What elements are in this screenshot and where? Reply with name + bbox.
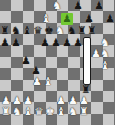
black-pawn-piece[interactable]: ♟ xyxy=(72,0,85,11)
white-bishop-piece[interactable]: ♝ xyxy=(99,60,112,71)
black-pawn-piece[interactable]: ♟ xyxy=(72,37,85,48)
black-rook-piece[interactable]: ♜ xyxy=(86,25,99,36)
black-pawn-piece[interactable]: ♟ xyxy=(104,13,115,24)
black-pawn-piece[interactable]: ♟ xyxy=(93,0,106,11)
white-knight-piece[interactable]: ♞ xyxy=(51,0,64,11)
white-bishop-piece[interactable]: ♝ xyxy=(40,13,53,24)
white-bishop-piece[interactable]: ♝ xyxy=(42,76,55,87)
white-knight-piece[interactable]: ♞ xyxy=(99,48,112,59)
black-pawn-piece[interactable]: ♟ xyxy=(83,13,96,24)
green-pawn-piece[interactable]: ♟ xyxy=(61,13,74,24)
pieces-layer: ♞♟♟♝♟♟♟♜♞♝♛♚♞♞♜♜♟♟♟♟♟♟♞♟♞♟♝♟♟♝♜♟♟♟♟♟♟♜♞♝… xyxy=(0,0,114,125)
white-rook-piece[interactable]: ♜ xyxy=(78,106,91,117)
chess-board: ♞♟♟♝♟♟♟♜♞♝♛♚♞♞♜♜♟♟♟♟♟♟♞♟♞♟♝♟♟♝♜♟♟♟♟♟♟♜♞♝… xyxy=(0,0,114,125)
black-pawn-piece[interactable]: ♟ xyxy=(10,37,23,48)
